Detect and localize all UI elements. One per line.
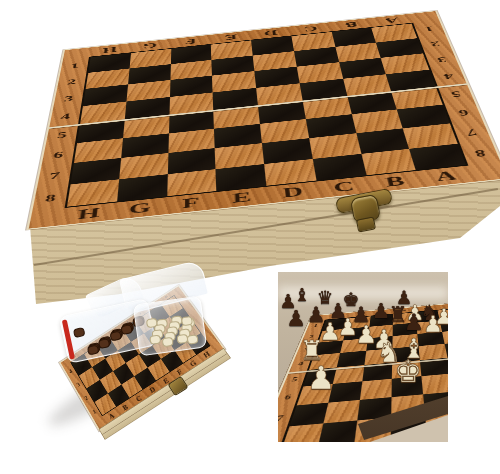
bagged-piece	[162, 337, 174, 347]
light-chess-piece: ♚	[394, 356, 422, 387]
right-inset-photo: HGFEDCBAHGFEDCBA1234567812345678 ♟♝♟♛♟♟♚…	[278, 272, 448, 442]
bagged-piece	[149, 334, 161, 344]
dark-chess-piece: ♟	[404, 311, 424, 334]
bagged-piece	[73, 327, 86, 338]
light-chess-piece: ♟	[307, 362, 336, 394]
bag-zip-seal	[62, 319, 75, 359]
dark-chess-piece: ♟	[286, 308, 306, 330]
bagged-piece	[87, 344, 100, 355]
light-pieces-bag	[133, 296, 208, 357]
bagged-piece	[98, 338, 111, 349]
chess-pieces-layer: ♟♝♟♛♟♟♚♟♟♜♟♞♟♜♟♟♟♟♟♟♟♞♝♚♟	[278, 272, 448, 442]
rank-label: 8	[460, 141, 500, 166]
bagged-piece	[109, 330, 122, 341]
rank-label: 8	[32, 185, 68, 211]
bagged-piece	[187, 334, 199, 344]
product-photo-canvas: HGFEDCBAHGFEDCBA1234567812345678 ABCDEFG…	[0, 0, 500, 474]
bagged-piece	[120, 324, 133, 335]
left-inset-photo: ABCDEFGHABCDEFGH4321	[30, 275, 265, 450]
